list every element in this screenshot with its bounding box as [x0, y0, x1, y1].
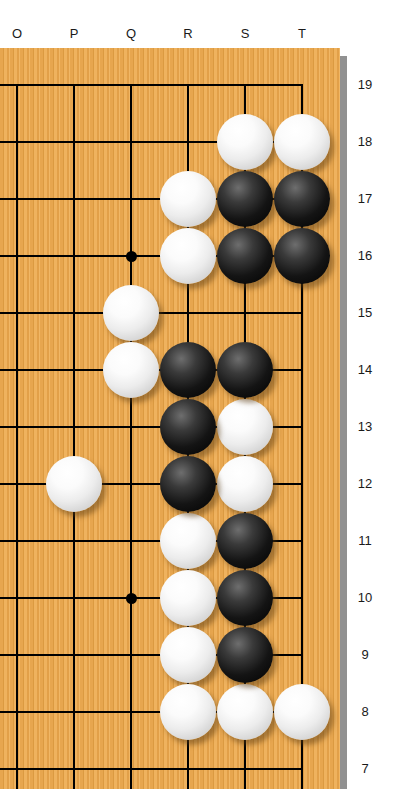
stone-white-R11[interactable]	[160, 513, 216, 569]
row-label-11: 11	[348, 532, 382, 550]
stone-white-S12[interactable]	[217, 456, 273, 512]
grid-line-vertical-Q	[130, 84, 132, 789]
stone-white-R17[interactable]	[160, 171, 216, 227]
row-label-19: 19	[348, 76, 382, 94]
grid-line-vertical-P	[73, 84, 75, 789]
row-label-12: 12	[348, 475, 382, 493]
row-label-10: 10	[348, 589, 382, 607]
stone-white-P12[interactable]	[46, 456, 102, 512]
stone-white-S8[interactable]	[217, 684, 273, 740]
row-label-7: 7	[348, 760, 382, 778]
column-label-S: S	[230, 26, 260, 42]
star-point-Q10	[126, 593, 137, 604]
stone-white-Q14[interactable]	[103, 342, 159, 398]
row-label-9: 9	[348, 646, 382, 664]
row-label-16: 16	[348, 247, 382, 265]
column-label-P: P	[59, 26, 89, 42]
stone-black-R14[interactable]	[160, 342, 216, 398]
row-label-18: 18	[348, 133, 382, 151]
stone-white-Q15[interactable]	[103, 285, 159, 341]
stone-white-T18[interactable]	[274, 114, 330, 170]
row-label-13: 13	[348, 418, 382, 436]
stone-white-T8[interactable]	[274, 684, 330, 740]
stone-white-R8[interactable]	[160, 684, 216, 740]
column-label-Q: Q	[116, 26, 146, 42]
stone-white-R16[interactable]	[160, 228, 216, 284]
stone-white-S13[interactable]	[217, 399, 273, 455]
grid-line-horizontal-7	[0, 768, 303, 770]
star-point-Q16	[126, 251, 137, 262]
row-label-8: 8	[348, 703, 382, 721]
column-label-T: T	[287, 26, 317, 42]
stone-black-S11[interactable]	[217, 513, 273, 569]
row-label-14: 14	[348, 361, 382, 379]
stone-black-R13[interactable]	[160, 399, 216, 455]
stone-white-R10[interactable]	[160, 570, 216, 626]
stone-black-T16[interactable]	[274, 228, 330, 284]
column-label-O: O	[2, 26, 32, 42]
stone-black-S10[interactable]	[217, 570, 273, 626]
stone-black-S14[interactable]	[217, 342, 273, 398]
row-label-15: 15	[348, 304, 382, 322]
grid-line-horizontal-19	[0, 84, 303, 86]
stone-black-S16[interactable]	[217, 228, 273, 284]
board-edge-shadow	[340, 56, 347, 789]
column-label-R: R	[173, 26, 203, 42]
grid-line-vertical-O	[16, 84, 18, 789]
stone-white-S18[interactable]	[217, 114, 273, 170]
stone-black-S17[interactable]	[217, 171, 273, 227]
go-game-screen: OPQRST19181716151413121110987	[0, 0, 393, 789]
stone-black-R12[interactable]	[160, 456, 216, 512]
stone-white-R9[interactable]	[160, 627, 216, 683]
stone-black-T17[interactable]	[274, 171, 330, 227]
stone-black-S9[interactable]	[217, 627, 273, 683]
row-label-17: 17	[348, 190, 382, 208]
